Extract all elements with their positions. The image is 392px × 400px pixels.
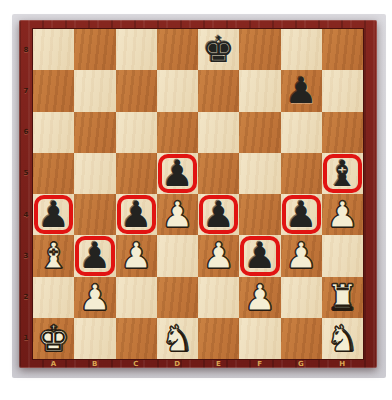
square-h7[interactable] bbox=[322, 70, 363, 111]
square-f8[interactable] bbox=[239, 29, 280, 70]
piece-white-knight-d1[interactable]: ♞ bbox=[161, 318, 193, 359]
piece-black-pawn-c4[interactable]: ♟ bbox=[120, 194, 152, 235]
square-d5[interactable]: ♟ bbox=[157, 153, 198, 194]
square-b2[interactable]: ♟ bbox=[74, 277, 115, 318]
square-e3[interactable]: ♟ bbox=[198, 235, 239, 276]
square-g5[interactable] bbox=[281, 153, 322, 194]
square-a6[interactable] bbox=[33, 112, 74, 153]
piece-black-pawn-a4[interactable]: ♟ bbox=[37, 194, 69, 235]
rank-label-8: 8 bbox=[19, 29, 33, 70]
square-a2[interactable] bbox=[33, 277, 74, 318]
piece-black-bishop-h5[interactable]: ♝ bbox=[326, 153, 358, 194]
file-label-d: D bbox=[157, 359, 198, 368]
square-b8[interactable] bbox=[74, 29, 115, 70]
square-b1[interactable] bbox=[74, 318, 115, 359]
piece-white-pawn-g3[interactable]: ♟ bbox=[285, 235, 317, 276]
file-label-a: A bbox=[33, 359, 74, 368]
rank-label-3: 3 bbox=[19, 235, 33, 276]
piece-white-pawn-b2[interactable]: ♟ bbox=[79, 277, 111, 318]
file-label-c: C bbox=[116, 359, 157, 368]
piece-white-pawn-e3[interactable]: ♟ bbox=[202, 235, 234, 276]
piece-white-knight-h1[interactable]: ♞ bbox=[326, 318, 358, 359]
piece-black-pawn-b3[interactable]: ♟ bbox=[79, 235, 111, 276]
piece-black-pawn-g7[interactable]: ♟ bbox=[285, 70, 317, 111]
square-a3[interactable]: ♝ bbox=[33, 235, 74, 276]
square-f4[interactable] bbox=[239, 194, 280, 235]
square-f6[interactable] bbox=[239, 112, 280, 153]
square-b6[interactable] bbox=[74, 112, 115, 153]
square-g7[interactable]: ♟ bbox=[281, 70, 322, 111]
piece-white-king-a1[interactable]: ♚ bbox=[37, 318, 69, 359]
rank-label-1: 1 bbox=[19, 318, 33, 359]
page-background: 87654321 ♚♟♟♝♟♟♟♟♟♟♝♟♟♟♟♟♟♟♜♚♞♞ ABCDEFGH bbox=[0, 0, 392, 400]
square-g1[interactable] bbox=[281, 318, 322, 359]
square-g2[interactable] bbox=[281, 277, 322, 318]
square-f1[interactable] bbox=[239, 318, 280, 359]
square-a8[interactable] bbox=[33, 29, 74, 70]
square-e1[interactable] bbox=[198, 318, 239, 359]
square-h6[interactable] bbox=[322, 112, 363, 153]
piece-black-king-e8[interactable]: ♚ bbox=[202, 29, 234, 70]
file-label-g: G bbox=[281, 359, 322, 368]
square-f7[interactable] bbox=[239, 70, 280, 111]
square-e8[interactable]: ♚ bbox=[198, 29, 239, 70]
square-b5[interactable] bbox=[74, 153, 115, 194]
square-c3[interactable]: ♟ bbox=[116, 235, 157, 276]
rank-label-7: 7 bbox=[19, 70, 33, 111]
square-c7[interactable] bbox=[116, 70, 157, 111]
rank-labels: 87654321 bbox=[19, 29, 33, 359]
piece-white-bishop-a3[interactable]: ♝ bbox=[37, 235, 69, 276]
piece-black-pawn-g4[interactable]: ♟ bbox=[285, 194, 317, 235]
square-e4[interactable]: ♟ bbox=[198, 194, 239, 235]
piece-white-pawn-h4[interactable]: ♟ bbox=[326, 194, 358, 235]
square-d1[interactable]: ♞ bbox=[157, 318, 198, 359]
square-c5[interactable] bbox=[116, 153, 157, 194]
piece-white-pawn-c3[interactable]: ♟ bbox=[120, 235, 152, 276]
square-e5[interactable] bbox=[198, 153, 239, 194]
square-c8[interactable] bbox=[116, 29, 157, 70]
square-d8[interactable] bbox=[157, 29, 198, 70]
square-h5[interactable]: ♝ bbox=[322, 153, 363, 194]
square-a5[interactable] bbox=[33, 153, 74, 194]
square-b3[interactable]: ♟ bbox=[74, 235, 115, 276]
piece-black-pawn-f3[interactable]: ♟ bbox=[244, 235, 276, 276]
square-f2[interactable]: ♟ bbox=[239, 277, 280, 318]
square-a1[interactable]: ♚ bbox=[33, 318, 74, 359]
square-d4[interactable]: ♟ bbox=[157, 194, 198, 235]
square-h1[interactable]: ♞ bbox=[322, 318, 363, 359]
square-a7[interactable] bbox=[33, 70, 74, 111]
rank-label-4: 4 bbox=[19, 194, 33, 235]
board-photo-background: 87654321 ♚♟♟♝♟♟♟♟♟♟♝♟♟♟♟♟♟♟♜♚♞♞ ABCDEFGH bbox=[12, 14, 386, 378]
square-d3[interactable] bbox=[157, 235, 198, 276]
square-d7[interactable] bbox=[157, 70, 198, 111]
piece-white-pawn-f2[interactable]: ♟ bbox=[244, 277, 276, 318]
square-h3[interactable] bbox=[322, 235, 363, 276]
square-f5[interactable] bbox=[239, 153, 280, 194]
square-c2[interactable] bbox=[116, 277, 157, 318]
square-g6[interactable] bbox=[281, 112, 322, 153]
file-label-h: H bbox=[322, 359, 363, 368]
file-label-e: E bbox=[198, 359, 239, 368]
board-frame: 87654321 ♚♟♟♝♟♟♟♟♟♟♝♟♟♟♟♟♟♟♜♚♞♞ ABCDEFGH bbox=[19, 20, 377, 368]
square-g8[interactable] bbox=[281, 29, 322, 70]
square-h8[interactable] bbox=[322, 29, 363, 70]
square-h4[interactable]: ♟ bbox=[322, 194, 363, 235]
chess-board[interactable]: ♚♟♟♝♟♟♟♟♟♟♝♟♟♟♟♟♟♟♜♚♞♞ bbox=[33, 29, 363, 359]
piece-black-pawn-e4[interactable]: ♟ bbox=[202, 194, 234, 235]
square-b7[interactable] bbox=[74, 70, 115, 111]
file-labels: ABCDEFGH bbox=[33, 359, 363, 368]
square-c1[interactable] bbox=[116, 318, 157, 359]
piece-white-pawn-d4[interactable]: ♟ bbox=[161, 194, 193, 235]
square-c4[interactable]: ♟ bbox=[116, 194, 157, 235]
file-label-f: F bbox=[239, 359, 280, 368]
square-a4[interactable]: ♟ bbox=[33, 194, 74, 235]
square-f3[interactable]: ♟ bbox=[239, 235, 280, 276]
square-c6[interactable] bbox=[116, 112, 157, 153]
square-e7[interactable] bbox=[198, 70, 239, 111]
square-g3[interactable]: ♟ bbox=[281, 235, 322, 276]
rank-label-2: 2 bbox=[19, 277, 33, 318]
square-d2[interactable] bbox=[157, 277, 198, 318]
square-d6[interactable] bbox=[157, 112, 198, 153]
file-label-b: B bbox=[74, 359, 115, 368]
rank-label-5: 5 bbox=[19, 153, 33, 194]
square-g4[interactable]: ♟ bbox=[281, 194, 322, 235]
square-e6[interactable] bbox=[198, 112, 239, 153]
square-h2[interactable]: ♜ bbox=[322, 277, 363, 318]
square-b4[interactable] bbox=[74, 194, 115, 235]
rank-label-6: 6 bbox=[19, 112, 33, 153]
square-e2[interactable] bbox=[198, 277, 239, 318]
piece-white-rook-h2[interactable]: ♜ bbox=[326, 277, 358, 318]
piece-black-pawn-d5[interactable]: ♟ bbox=[161, 153, 193, 194]
